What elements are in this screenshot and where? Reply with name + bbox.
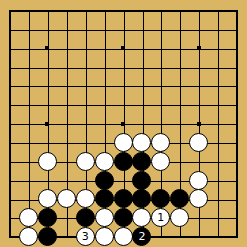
black-stone	[132, 171, 151, 190]
white-stone	[151, 152, 170, 171]
black-stone	[151, 189, 170, 208]
white-stone	[114, 227, 133, 246]
black-stone: 2	[132, 227, 151, 246]
white-stone	[189, 133, 208, 152]
black-stone	[76, 208, 95, 227]
white-stone	[114, 133, 133, 152]
white-stone	[95, 152, 114, 171]
white-stone	[76, 189, 95, 208]
white-stone	[57, 189, 76, 208]
white-stone	[38, 189, 57, 208]
white-stone: 3	[76, 227, 95, 246]
white-stone	[95, 208, 114, 227]
white-stone	[95, 227, 114, 246]
white-stone	[189, 189, 208, 208]
white-stone	[132, 133, 151, 152]
stones-layer: 132	[0, 1, 246, 246]
black-stone	[95, 189, 114, 208]
go-board[interactable]: 132	[0, 0, 247, 247]
black-stone	[38, 208, 57, 227]
black-stone	[114, 208, 133, 227]
white-stone: 1	[151, 208, 170, 227]
black-stone	[38, 227, 57, 246]
black-stone	[132, 189, 151, 208]
white-stone	[76, 152, 95, 171]
black-stone	[170, 189, 189, 208]
white-stone	[19, 208, 38, 227]
white-stone	[170, 208, 189, 227]
white-stone	[189, 171, 208, 190]
move-number-label: 1	[157, 212, 164, 223]
move-number-label: 2	[138, 231, 145, 242]
white-stone	[19, 227, 38, 246]
white-stone	[151, 133, 170, 152]
black-stone	[114, 152, 133, 171]
white-stone	[38, 152, 57, 171]
black-stone	[95, 171, 114, 190]
black-stone	[114, 189, 133, 208]
move-number-label: 3	[82, 231, 89, 242]
black-stone	[132, 152, 151, 171]
white-stone	[132, 208, 151, 227]
